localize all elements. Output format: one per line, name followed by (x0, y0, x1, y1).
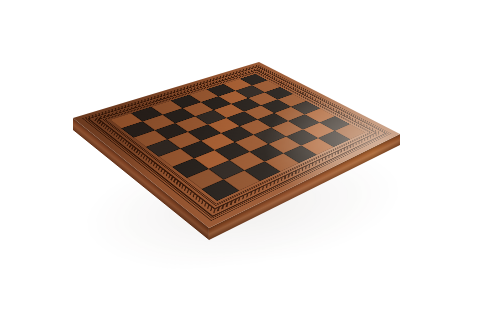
product-photo-canvas (0, 0, 480, 311)
